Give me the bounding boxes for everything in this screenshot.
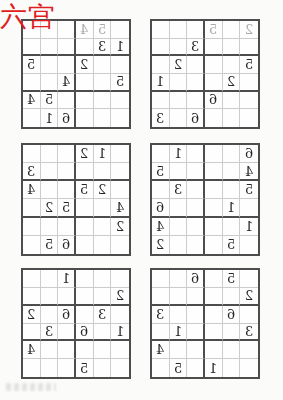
given-digit: 3 (98, 308, 106, 321)
page-title: 六宫 (0, 2, 56, 32)
cell-r6c1 (152, 359, 170, 377)
cell-r1c3: 6 (187, 270, 205, 288)
cell-r4c5: 1 (223, 199, 241, 217)
cell-r5c6 (111, 92, 129, 110)
watermark-smudge (6, 383, 56, 391)
cell-r3c1: 3 (152, 306, 170, 324)
cell-r6c1 (23, 236, 41, 254)
cell-r5c3 (187, 218, 205, 236)
given-digit: 1 (174, 325, 182, 338)
given-digit: 6 (80, 325, 88, 338)
cell-r5c3 (58, 218, 76, 236)
given-digit: 4 (27, 93, 35, 106)
cell-r5c3 (187, 341, 205, 359)
given-digit: 6 (62, 112, 70, 125)
cell-r3c4: 5 (76, 181, 94, 199)
cell-r1c2 (170, 21, 188, 39)
given-digit: 1 (156, 75, 164, 88)
given-digit: 3 (156, 112, 164, 125)
given-digit: 1 (45, 112, 53, 125)
given-digit: 5 (98, 23, 106, 36)
given-digit: 3 (245, 325, 253, 338)
cell-r1c5 (223, 145, 241, 163)
cell-r6c5 (94, 109, 112, 127)
cell-r1c5: 5 (223, 270, 241, 288)
cell-r6c6 (111, 109, 129, 127)
cell-r2c5: 3 (94, 39, 112, 57)
cell-r1c3 (187, 145, 205, 163)
cell-r1c1 (152, 270, 170, 288)
cell-r3c1: 5 (23, 56, 41, 74)
cell-r4c1 (23, 199, 41, 217)
cell-r1c3: 1 (58, 270, 76, 288)
cell-r4c5: 2 (223, 74, 241, 92)
cell-r5c4 (76, 341, 94, 359)
cell-r1c5: 1 (94, 145, 112, 163)
given-digit: 1 (245, 220, 253, 233)
cell-r5c1: 4 (152, 218, 170, 236)
cell-r3c6: 5 (240, 181, 258, 199)
cell-r1c4: 5 (205, 21, 223, 39)
given-digit: 1 (116, 325, 124, 338)
cell-r3c1: 4 (23, 181, 41, 199)
cell-r2c1: 3 (23, 163, 41, 181)
cell-r6c4: 1 (205, 359, 223, 377)
given-digit: 4 (62, 75, 70, 88)
cell-r4c4 (76, 199, 94, 217)
sudoku-grid-2: 5232512636 (150, 19, 260, 129)
cell-r5c5 (223, 92, 241, 110)
cell-r1c6: 6 (240, 145, 258, 163)
cell-r2c6: 4 (240, 163, 258, 181)
cell-r4c6 (240, 74, 258, 92)
cell-r5c2 (170, 218, 188, 236)
cell-r2c6: 2 (240, 288, 258, 306)
given-digit: 4 (80, 23, 88, 36)
cell-r5c2: 5 (41, 92, 59, 110)
cell-r6c5 (94, 359, 112, 377)
cell-r5c5 (94, 92, 112, 110)
cell-r6c3: 6 (58, 109, 76, 127)
given-digit: 5 (245, 183, 253, 196)
given-digit: 2 (245, 23, 253, 36)
given-digit: 3 (174, 183, 182, 196)
cell-r1c2 (41, 145, 59, 163)
cell-r5c3 (187, 92, 205, 110)
given-digit: 2 (116, 289, 124, 302)
cell-r5c4 (205, 218, 223, 236)
cell-r3c1 (152, 56, 170, 74)
cell-r4c6: 4 (111, 199, 129, 217)
cell-r1c1 (23, 270, 41, 288)
cell-r4c1 (23, 324, 41, 342)
sudoku-grid-1: 453152454516 (21, 19, 131, 129)
given-digit: 4 (27, 343, 35, 356)
cell-r4c1 (23, 74, 41, 92)
cell-r6c3: 6 (58, 236, 76, 254)
cell-r1c1 (152, 145, 170, 163)
cell-r3c2 (41, 181, 59, 199)
given-digit: 3 (191, 40, 199, 53)
given-digit: 3 (27, 165, 35, 178)
cell-r6c4: 5 (76, 359, 94, 377)
given-digit: 2 (45, 201, 53, 214)
given-digit: 5 (27, 58, 35, 71)
cell-r6c6 (240, 359, 258, 377)
cell-r5c1 (23, 218, 41, 236)
cell-r3c6 (111, 181, 129, 199)
cell-r2c2 (41, 39, 59, 57)
cell-r5c1 (152, 92, 170, 110)
cell-r6c5: 5 (223, 236, 241, 254)
cell-r6c3 (187, 236, 205, 254)
cell-r1c4: 4 (76, 21, 94, 39)
given-digit: 1 (209, 362, 217, 375)
cell-r4c2: 3 (41, 324, 59, 342)
cell-r3c3 (187, 56, 205, 74)
cell-r4c4: 6 (76, 324, 94, 342)
cell-r5c2 (170, 92, 188, 110)
given-digit: 6 (62, 238, 70, 251)
cell-r4c3 (187, 324, 205, 342)
cell-r6c3: 6 (187, 109, 205, 127)
cell-r1c5 (223, 21, 241, 39)
cell-r2c2 (41, 288, 59, 306)
cell-r5c2 (41, 218, 59, 236)
cell-r4c3: 4 (58, 74, 76, 92)
cell-r2c3 (58, 288, 76, 306)
given-digit: 5 (80, 183, 88, 196)
cell-r4c3: 5 (58, 199, 76, 217)
cell-r3c3 (58, 56, 76, 74)
cell-r1c6: 2 (240, 21, 258, 39)
cell-r5c4: 6 (205, 92, 223, 110)
cell-r5c3 (58, 341, 76, 359)
cell-r2c2 (170, 288, 188, 306)
cell-r1c6 (240, 270, 258, 288)
given-digit: 2 (245, 289, 253, 302)
given-digit: 5 (245, 58, 253, 71)
cell-r2c5 (223, 288, 241, 306)
cell-r1c2: 1 (170, 145, 188, 163)
cell-r2c6: 1 (111, 39, 129, 57)
cell-r3c6 (111, 56, 129, 74)
cell-r6c1 (23, 109, 41, 127)
cell-r6c4 (76, 236, 94, 254)
given-digit: 5 (116, 75, 124, 88)
cell-r3c4 (205, 56, 223, 74)
cell-r6c6 (111, 359, 129, 377)
cell-r4c2: 1 (170, 324, 188, 342)
sudoku-grid-6: 6523613451 (150, 268, 260, 379)
given-digit: 4 (27, 183, 35, 196)
given-digit: 5 (227, 272, 235, 285)
given-digit: 4 (116, 201, 124, 214)
given-digit: 6 (191, 112, 199, 125)
cell-r6c2 (41, 359, 59, 377)
cell-r3c5: 6 (223, 306, 241, 324)
cell-r2c4 (76, 288, 94, 306)
cell-r6c2: 5 (41, 236, 59, 254)
cell-r3c3 (187, 306, 205, 324)
cell-r6c5 (223, 359, 241, 377)
cell-r3c2 (170, 306, 188, 324)
cell-r4c2 (41, 74, 59, 92)
cell-r5c5 (223, 341, 241, 359)
cell-r3c3: 6 (58, 306, 76, 324)
cell-r3c1 (152, 181, 170, 199)
cell-r3c2: 3 (170, 181, 188, 199)
cell-r1c4: 2 (76, 145, 94, 163)
cell-r6c1: 2 (152, 236, 170, 254)
cell-r5c3 (58, 92, 76, 110)
cell-r4c3 (187, 74, 205, 92)
cell-r6c4 (205, 109, 223, 127)
given-digit: 1 (98, 147, 106, 160)
given-digit: 4 (156, 220, 164, 233)
cell-r5c4 (76, 218, 94, 236)
cell-r2c2 (170, 163, 188, 181)
cell-r2c2 (41, 163, 59, 181)
cell-r2c4 (205, 163, 223, 181)
cell-r4c3 (187, 199, 205, 217)
cell-r2c4 (76, 163, 94, 181)
cell-r2c4 (205, 288, 223, 306)
cell-r2c2 (170, 39, 188, 57)
cell-r1c2 (41, 270, 59, 288)
cell-r3c1: 2 (23, 306, 41, 324)
given-digit: 4 (245, 165, 253, 178)
cell-r3c5 (94, 56, 112, 74)
given-digit: 2 (80, 58, 88, 71)
cell-r6c2: 1 (41, 109, 59, 127)
given-digit: 1 (174, 147, 182, 160)
cell-r3c6 (240, 306, 258, 324)
cell-r6c2 (170, 109, 188, 127)
cell-r2c3 (58, 39, 76, 57)
cell-r1c3 (58, 21, 76, 39)
cell-r4c1: 1 (152, 74, 170, 92)
cell-r1c6 (111, 21, 129, 39)
cell-r4c2 (170, 199, 188, 217)
given-digit: 5 (174, 362, 182, 375)
given-digit: 5 (227, 238, 235, 251)
given-digit: 2 (98, 183, 106, 196)
given-digit: 5 (156, 165, 164, 178)
cell-r2c5 (223, 39, 241, 57)
given-digit: 2 (80, 147, 88, 160)
cell-r1c4 (205, 270, 223, 288)
cell-r3c5: 3 (94, 306, 112, 324)
cell-r1c5 (94, 270, 112, 288)
cell-r6c6 (240, 236, 258, 254)
cell-r3c2: 2 (170, 56, 188, 74)
cell-r3c5 (223, 56, 241, 74)
cell-r3c2 (41, 56, 59, 74)
cell-r2c4 (76, 39, 94, 57)
cell-r3c4: 2 (76, 56, 94, 74)
given-digit: 6 (245, 147, 253, 160)
given-digit: 5 (80, 362, 88, 375)
cell-r5c5 (223, 218, 241, 236)
given-digit: 3 (156, 308, 164, 321)
cell-r6c5 (223, 109, 241, 127)
cell-r6c4 (76, 109, 94, 127)
given-digit: 2 (27, 308, 35, 321)
worksheet-page: 六宫 453152454516 5232512636 213452254256 … (0, 0, 283, 400)
cell-r4c5 (94, 324, 112, 342)
sudoku-grid-4: 165435614125 (150, 143, 260, 256)
cell-r4c1 (152, 324, 170, 342)
cell-r2c6 (240, 39, 258, 57)
cell-r1c3 (187, 21, 205, 39)
cell-r6c2: 5 (170, 359, 188, 377)
cell-r2c1 (23, 288, 41, 306)
cell-r2c6: 2 (111, 288, 129, 306)
cell-r6c6 (240, 109, 258, 127)
given-digit: 4 (156, 343, 164, 356)
cell-r4c4 (205, 324, 223, 342)
cell-r4c6 (240, 199, 258, 217)
cell-r2c1 (23, 39, 41, 57)
cell-r4c4 (205, 74, 223, 92)
cell-r6c1: 3 (152, 109, 170, 127)
cell-r3c5 (223, 181, 241, 199)
cell-r2c1 (152, 39, 170, 57)
cell-r4c6: 1 (111, 324, 129, 342)
cell-r4c6: 3 (240, 324, 258, 342)
cell-r1c6 (111, 145, 129, 163)
cell-r6c6 (111, 236, 129, 254)
cell-r5c6 (240, 92, 258, 110)
given-digit: 3 (45, 325, 53, 338)
given-digit: 2 (174, 58, 182, 71)
cell-r6c1 (23, 359, 41, 377)
cell-r4c5 (94, 74, 112, 92)
cell-r6c4 (205, 236, 223, 254)
cell-r3c3 (58, 181, 76, 199)
cell-r2c3 (187, 163, 205, 181)
cell-r3c5: 2 (94, 181, 112, 199)
cell-r4c5 (223, 324, 241, 342)
cell-r3c4 (205, 306, 223, 324)
cell-r5c2 (170, 341, 188, 359)
cell-r1c3 (58, 145, 76, 163)
cell-r4c5 (94, 199, 112, 217)
cell-r1c5: 5 (94, 21, 112, 39)
cell-r4c2 (170, 74, 188, 92)
cell-r5c1: 4 (23, 341, 41, 359)
cell-r1c4 (76, 270, 94, 288)
cell-r2c3 (187, 288, 205, 306)
cell-r1c6 (111, 270, 129, 288)
cell-r4c4 (76, 74, 94, 92)
cell-r5c6 (240, 341, 258, 359)
cell-r3c6: 5 (240, 56, 258, 74)
cell-r4c4 (205, 199, 223, 217)
given-digit: 3 (98, 40, 106, 53)
given-digit: 5 (45, 93, 53, 106)
cell-r6c2 (170, 236, 188, 254)
given-digit: 6 (227, 308, 235, 321)
cell-r2c5 (94, 288, 112, 306)
cell-r2c4 (205, 39, 223, 57)
cell-r3c3 (187, 181, 205, 199)
given-digit: 2 (116, 220, 124, 233)
cell-r2c5 (94, 163, 112, 181)
cell-r6c3 (58, 359, 76, 377)
cell-r1c2 (170, 270, 188, 288)
sudoku-grid-3: 213452254256 (21, 143, 131, 256)
cell-r5c6: 1 (240, 218, 258, 236)
given-digit: 6 (209, 93, 217, 106)
cell-r5c6 (111, 341, 129, 359)
cell-r5c1: 4 (152, 341, 170, 359)
cell-r5c4 (205, 341, 223, 359)
given-digit: 5 (209, 23, 217, 36)
cell-r2c1 (152, 288, 170, 306)
given-digit: 6 (156, 201, 164, 214)
cell-r3c6 (111, 306, 129, 324)
cell-r4c6: 5 (111, 74, 129, 92)
cell-r6c3 (187, 359, 205, 377)
cell-r4c3 (58, 324, 76, 342)
sudoku-grid-5: 1226336145 (21, 268, 131, 379)
cell-r5c5 (94, 341, 112, 359)
given-digit: 1 (116, 40, 124, 53)
given-digit: 6 (62, 308, 70, 321)
given-digit: 1 (227, 201, 235, 214)
cell-r1c4 (205, 145, 223, 163)
cell-r3c4 (76, 306, 94, 324)
cell-r5c6: 2 (111, 218, 129, 236)
cell-r4c1: 6 (152, 199, 170, 217)
cell-r2c6 (111, 163, 129, 181)
cell-r1c1 (152, 21, 170, 39)
given-digit: 2 (156, 238, 164, 251)
cell-r2c3 (58, 163, 76, 181)
cell-r3c2 (41, 306, 59, 324)
cell-r4c2: 2 (41, 199, 59, 217)
cell-r5c1: 4 (23, 92, 41, 110)
cell-r2c3: 3 (187, 39, 205, 57)
given-digit: 2 (227, 75, 235, 88)
cell-r5c5 (94, 218, 112, 236)
cell-r3c4 (205, 181, 223, 199)
given-digit: 5 (45, 238, 53, 251)
given-digit: 1 (62, 272, 70, 285)
given-digit: 6 (191, 272, 199, 285)
cell-r6c5 (94, 236, 112, 254)
cell-r5c2 (41, 341, 59, 359)
given-digit: 5 (62, 201, 70, 214)
cell-r1c1 (23, 145, 41, 163)
cell-r5c4 (76, 92, 94, 110)
cell-r2c1: 5 (152, 163, 170, 181)
cell-r2c5 (223, 163, 241, 181)
